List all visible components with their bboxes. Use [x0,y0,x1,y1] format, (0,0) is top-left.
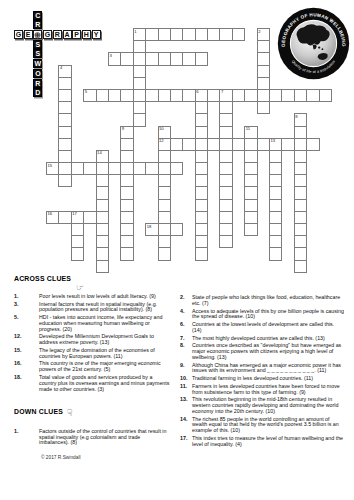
grid-cell[interactable] [195,247,208,260]
grid-cell[interactable] [281,89,294,102]
grid-cell[interactable] [158,89,171,102]
grid-cell[interactable] [170,28,183,41]
grid-cell[interactable] [182,138,195,151]
clue-number-label: 17 [72,211,77,216]
grid-cell[interactable] [257,101,270,114]
clue-number-label: 8 [295,114,297,119]
down-clue-list-left: 1.Factors outside of the control of coun… [14,429,176,447]
worksheet-page: { "game": "crossword", "title": { "horiz… [0,0,354,500]
grid-cell[interactable] [207,138,220,151]
grid-cell[interactable] [145,89,158,102]
grid-cell[interactable] [158,52,171,65]
clue-number: 2. [180,295,191,307]
clue-number-label: 10 [159,126,164,131]
clue-text: Countries once described as "developing"… [192,343,344,361]
across-clue-list: 1.Poor levels result in low levels of ad… [14,294,176,393]
clue-number-label: 15 [48,163,53,168]
clue-number-label: 7 [221,89,223,94]
grid-cell[interactable] [83,162,96,175]
clue-number-label: 6 [196,89,198,94]
grid-cell[interactable] [108,162,121,175]
clue-item: 12.Developed the Millennium Development … [14,334,176,346]
clue-item: 1.Factors outside of the control of coun… [14,429,176,447]
clue-number-label: 3 [109,53,111,58]
grid-cell[interactable] [319,89,332,102]
clue-item: 16.This country is one of the major emer… [14,361,176,373]
clue-text: Total value of goods and services produc… [39,375,171,393]
title-letter-tile: D [33,88,42,97]
title-letter-tile: E [24,30,33,39]
clue-text: State of people who lack things like foo… [192,295,344,307]
clue-item: 14.The richest 85 people in the world co… [180,417,346,435]
title-letter-tile: O [33,69,42,78]
grid-cell[interactable] [158,247,171,260]
grid-cell[interactable]: 3 [108,52,121,65]
clue-text: Although China has emerged as a major ec… [192,363,344,375]
clue-item: 10.Traditional farming in less developed… [180,376,346,382]
clue-number-label: 1 [134,29,136,34]
clue-item: 3.Internal factors that result in spatia… [14,302,176,314]
clue-text: Farmers in less developed countries have… [192,384,344,396]
down-clues-header: DOWN CLUES [14,409,63,415]
grid-cell[interactable] [182,89,195,102]
title-letter-tile: C [33,11,42,20]
clue-text: Poor levels result in low levels of adul… [39,294,171,300]
grid-cell[interactable] [232,89,245,102]
grid-cell[interactable] [244,89,257,102]
clue-text: This country is one of the major emergin… [39,361,171,373]
clue-number-label: 18 [147,224,152,229]
clue-number-label: 14 [97,150,102,155]
grid-cell[interactable] [96,260,109,273]
clue-number: 4. [180,309,191,321]
grid-cell[interactable] [232,28,245,41]
grid-cell[interactable] [96,89,109,102]
clue-number-label: 13 [271,138,276,143]
grid-cell[interactable] [219,28,232,41]
grid-cell[interactable] [306,89,319,102]
clue-number-label: 2 [258,29,260,34]
clue-number: 14. [180,417,191,435]
clue-text: Access to adequate levels of this by one… [192,309,344,321]
clue-number: 3. [14,302,26,314]
grid-cell[interactable] [294,260,307,273]
grid-cell[interactable] [170,89,183,102]
grid-cell[interactable] [195,28,208,41]
grid-cell[interactable] [269,89,282,102]
grid-cell[interactable] [170,162,183,175]
copyright-text: © 2017 R.Swindall [41,455,176,461]
clue-item: 8.Countries once described as "developin… [180,343,346,361]
clue-item: 1.Poor levels result in low levels of ad… [14,294,176,300]
clue-number: 13. [180,397,191,415]
clue-item: 11.Farmers in less developed countries h… [180,384,346,396]
grid-cell[interactable] [120,247,133,260]
grid-cell[interactable] [58,211,71,224]
grid-cell[interactable] [244,223,257,236]
grid-cell[interactable] [182,28,195,41]
clue-number: 7. [180,336,191,342]
clue-number-label: 11 [246,126,250,131]
grid-cell[interactable] [71,162,84,175]
grid-cell[interactable] [170,138,183,151]
clue-number: 5. [14,315,26,333]
grid-cell[interactable]: 5 [83,89,96,102]
title-letter-tile: G [14,30,23,39]
clue-number: 9. [180,363,191,375]
grid-cell[interactable] [145,52,158,65]
clue-text: Developed the Millennium Development Goa… [39,334,171,346]
title-letter-tile: S [33,49,42,58]
clue-text: The legacy of the domination of the econ… [39,348,171,360]
clue-item: 4.Access to adequate levels of this by o… [180,309,346,321]
clue-number-label: 4 [60,65,62,70]
clue-number: 6. [180,322,191,334]
clue-item: 6.Countries at the lowest levels of deve… [180,322,346,334]
clue-number: 1. [14,294,26,300]
grid-cell[interactable]: 16 [46,211,59,224]
grid-cell[interactable] [281,138,294,151]
clue-number-label: 5 [85,89,87,94]
title-letter-tile: W [33,59,42,68]
grid-cell[interactable] [58,174,71,187]
grid-cell[interactable] [207,89,220,102]
clue-text: Countries at the lowest levels of develo… [192,322,344,334]
clue-number-label: 9 [122,126,124,131]
clue-item: 13.This revolution beginning in the mid-… [180,397,346,415]
clue-number: 10. [180,376,191,382]
clue-number: 1. [14,429,26,447]
clue-text: This index tries to measure the level of… [192,436,344,448]
clue-number: 12. [14,334,26,346]
grid-cell[interactable]: 15 [46,162,59,175]
clue-item: 7.The most highly developed countries ar… [180,336,346,342]
clue-text: Internal factors that result in spatial … [39,302,171,314]
down-clue-list-right: 2.State of people who lack things like f… [180,295,346,448]
grid-cell[interactable] [232,138,245,151]
grid-cell[interactable] [182,52,195,65]
grid-cell[interactable] [83,211,96,224]
grid-cell[interactable] [71,247,84,260]
clues-right-column: 2.State of people who lack things like f… [180,295,346,449]
grid-cell[interactable]: 18 [145,223,158,236]
pointing-hand-icon: ☞ [76,283,176,292]
clue-item: 18.Total value of goods and services pro… [14,375,176,393]
grid-cell[interactable] [145,28,158,41]
grid-cell[interactable] [207,28,220,41]
across-clues-header: ACROSS CLUES [14,276,176,282]
grid-cell[interactable] [195,52,208,65]
clue-text: The richest 85 people in the world contr… [192,417,344,435]
clue-number: 16. [14,361,26,373]
pointing-hand-down-icon: ☟ [67,409,72,418]
title-letter-tile: S [33,40,42,49]
clue-number: 11. [180,384,191,396]
clue-item: 15.The legacy of the domination of the e… [14,348,176,360]
grid-cell[interactable] [219,235,232,248]
clue-number-label: 12 [159,138,164,143]
grid-cell[interactable] [257,138,270,151]
grid-cell[interactable] [269,247,282,260]
grid-cell[interactable] [120,89,133,102]
clue-text: The most highly developed countries are … [192,336,344,342]
grid-cell[interactable] [133,162,146,175]
grid-cell[interactable] [170,223,183,236]
clue-number: 17. [180,436,191,448]
clue-item: 9.Although China has emerged as a major … [180,363,346,375]
title-letter-tile: R [33,20,42,29]
grid-cell[interactable] [158,28,171,41]
grid-cell[interactable] [108,89,121,102]
grid-cell[interactable] [145,162,158,175]
grid-cell[interactable] [170,52,183,65]
clue-text: Factors outside of the control of countr… [39,429,171,447]
clue-number: 18. [14,375,26,393]
clue-text: Traditional farming in less developed co… [192,376,344,382]
clue-number: 15. [14,348,26,360]
grid-cell[interactable] [294,89,307,102]
grid-cell[interactable] [133,113,146,126]
title-letter-tile: R [33,79,42,88]
grid-cell[interactable] [306,138,319,151]
grid-cell[interactable] [120,52,133,65]
globe-icon [33,30,42,39]
clue-text: This revolution beginning in the mid-18t… [192,397,344,415]
clue-number-label: 16 [48,211,53,216]
clues-left-column: ACROSS CLUES ☞ 1.Poor levels result in l… [14,276,176,461]
clue-item: 17.This index tries to measure the level… [180,436,346,448]
crossword-grid: 123456789101112131415161718 [46,28,331,272]
clue-text: HDI - takes into account income, life ex… [39,315,171,333]
clue-item: 2.State of people who lack things like f… [180,295,346,307]
clue-number: 8. [180,343,191,361]
clue-item: 5.HDI - takes into account income, life … [14,315,176,333]
